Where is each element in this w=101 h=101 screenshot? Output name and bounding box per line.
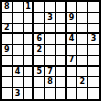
- cell-r2c3-empty[interactable]: [24, 13, 35, 24]
- cell-r3c8-empty[interactable]: [77, 24, 88, 35]
- cell-r8c5-given-8[interactable]: 8: [45, 77, 56, 88]
- cell-r9c1-empty[interactable]: [2, 88, 13, 99]
- cell-r2c1-empty[interactable]: [2, 13, 13, 24]
- cell-r3c6-empty[interactable]: [56, 24, 67, 35]
- cell-r1c4-empty[interactable]: [34, 2, 45, 13]
- cell-r7c2-given-4[interactable]: 4: [13, 67, 24, 78]
- sudoku-grid: 81392643927457823: [0, 0, 101, 101]
- cell-r9c8-empty[interactable]: [77, 88, 88, 99]
- cell-r4c5-empty[interactable]: [45, 34, 56, 45]
- cell-r1c8-empty[interactable]: [77, 2, 88, 13]
- cell-r3c5-empty[interactable]: [45, 24, 56, 35]
- cell-r6c7-given-7[interactable]: 7: [67, 56, 78, 67]
- cell-r9c3-empty[interactable]: [24, 88, 35, 99]
- cell-r8c9-empty[interactable]: [88, 77, 99, 88]
- cell-r5c7-empty[interactable]: [67, 45, 78, 56]
- cell-r8c1-empty[interactable]: [2, 77, 13, 88]
- cell-r2c6-empty[interactable]: [56, 13, 67, 24]
- cell-r7c9-empty[interactable]: [88, 67, 99, 78]
- cell-r2c2-empty[interactable]: [13, 13, 24, 24]
- cell-r3c9-empty[interactable]: [88, 24, 99, 35]
- cell-r6c2-empty[interactable]: [13, 56, 24, 67]
- cell-r7c1-empty[interactable]: [2, 67, 13, 78]
- cell-r6c1-empty[interactable]: [2, 56, 13, 67]
- cell-r2c8-empty[interactable]: [77, 13, 88, 24]
- cell-r6c4-empty[interactable]: [34, 56, 45, 67]
- cell-r9c4-empty[interactable]: [34, 88, 45, 99]
- cell-r9c6-empty[interactable]: [56, 88, 67, 99]
- cell-r3c3-empty[interactable]: [24, 24, 35, 35]
- cell-r6c5-empty[interactable]: [45, 56, 56, 67]
- cell-r8c6-empty[interactable]: [56, 77, 67, 88]
- cell-r5c4-given-2[interactable]: 2: [34, 45, 45, 56]
- cell-r4c7-given-4[interactable]: 4: [67, 34, 78, 45]
- cell-r1c5-empty[interactable]: [45, 2, 56, 13]
- cell-r2c4-empty[interactable]: [34, 13, 45, 24]
- cell-r1c2-empty[interactable]: [13, 2, 24, 13]
- cell-r4c2-empty[interactable]: [13, 34, 24, 45]
- cell-r8c3-empty[interactable]: [24, 77, 35, 88]
- cell-r3c2-empty[interactable]: [13, 24, 24, 35]
- cell-r9c2-given-3[interactable]: 3: [13, 88, 24, 99]
- cell-r9c9-empty[interactable]: [88, 88, 99, 99]
- cell-r5c8-empty[interactable]: [77, 45, 88, 56]
- cell-r1c6-empty[interactable]: [56, 2, 67, 13]
- cell-r7c5-given-7[interactable]: 7: [45, 67, 56, 78]
- cell-r2c5-given-3[interactable]: 3: [45, 13, 56, 24]
- cell-r9c5-empty[interactable]: [45, 88, 56, 99]
- cell-r7c4-given-5[interactable]: 5: [34, 67, 45, 78]
- cell-r4c4-given-6[interactable]: 6: [34, 34, 45, 45]
- sudoku-board-container: 81392643927457823: [0, 0, 101, 101]
- cell-r6c9-empty[interactable]: [88, 56, 99, 67]
- cell-r5c3-empty[interactable]: [24, 45, 35, 56]
- cell-r1c9-empty[interactable]: [88, 2, 99, 13]
- cell-r3c4-empty[interactable]: [34, 24, 45, 35]
- cell-r7c8-empty[interactable]: [77, 67, 88, 78]
- cell-r1c1-given-8[interactable]: 8: [2, 2, 13, 13]
- cell-r5c2-empty[interactable]: [13, 45, 24, 56]
- cell-r4c9-given-3[interactable]: 3: [88, 34, 99, 45]
- cell-r5c5-empty[interactable]: [45, 45, 56, 56]
- cell-r5c1-given-9[interactable]: 9: [2, 45, 13, 56]
- cell-r7c7-empty[interactable]: [67, 67, 78, 78]
- cell-r6c3-empty[interactable]: [24, 56, 35, 67]
- cell-r7c6-empty[interactable]: [56, 67, 67, 78]
- cell-r8c2-empty[interactable]: [13, 77, 24, 88]
- cell-r8c7-empty[interactable]: [67, 77, 78, 88]
- cell-r1c7-empty[interactable]: [67, 2, 78, 13]
- cell-r8c8-given-2[interactable]: 2: [77, 77, 88, 88]
- cell-r1c3-given-1[interactable]: 1: [24, 2, 35, 13]
- cell-r4c1-empty[interactable]: [2, 34, 13, 45]
- cell-r2c9-empty[interactable]: [88, 13, 99, 24]
- cell-r5c6-empty[interactable]: [56, 45, 67, 56]
- cell-r5c9-empty[interactable]: [88, 45, 99, 56]
- cell-r3c1-given-2[interactable]: 2: [2, 24, 13, 35]
- cell-r4c8-empty[interactable]: [77, 34, 88, 45]
- cell-r2c7-given-9[interactable]: 9: [67, 13, 78, 24]
- cell-r4c6-empty[interactable]: [56, 34, 67, 45]
- cell-r6c8-empty[interactable]: [77, 56, 88, 67]
- cell-r8c4-empty[interactable]: [34, 77, 45, 88]
- cell-r4c3-empty[interactable]: [24, 34, 35, 45]
- cell-r6c6-empty[interactable]: [56, 56, 67, 67]
- cell-r7c3-empty[interactable]: [24, 67, 35, 78]
- cell-r9c7-empty[interactable]: [67, 88, 78, 99]
- cell-r3c7-empty[interactable]: [67, 24, 78, 35]
